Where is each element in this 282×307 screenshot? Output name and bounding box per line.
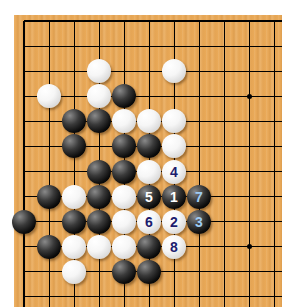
white-stone[interactable]: 4 bbox=[162, 160, 186, 184]
move-number-label: 8 bbox=[170, 235, 178, 259]
black-stone[interactable] bbox=[12, 210, 36, 234]
white-stone[interactable]: 8 bbox=[162, 235, 186, 259]
black-stone[interactable] bbox=[112, 134, 136, 158]
white-stone[interactable] bbox=[112, 210, 136, 234]
black-stone[interactable] bbox=[62, 210, 86, 234]
black-stone[interactable] bbox=[62, 109, 86, 133]
white-stone[interactable]: 6 bbox=[137, 210, 161, 234]
white-stone[interactable] bbox=[162, 109, 186, 133]
move-number-label: 1 bbox=[170, 185, 178, 209]
grid-line-horizontal bbox=[24, 46, 282, 47]
white-stone[interactable] bbox=[62, 235, 86, 259]
move-number-label: 2 bbox=[170, 210, 178, 234]
go-diagram: 45176238 bbox=[0, 0, 282, 307]
move-number-label: 3 bbox=[195, 210, 203, 234]
black-stone[interactable] bbox=[37, 185, 61, 209]
move-number-label: 7 bbox=[195, 185, 203, 209]
black-stone[interactable] bbox=[87, 210, 111, 234]
black-stone[interactable] bbox=[137, 260, 161, 284]
move-number-label: 4 bbox=[170, 160, 178, 184]
white-stone[interactable] bbox=[87, 84, 111, 108]
white-stone[interactable] bbox=[62, 185, 86, 209]
white-stone[interactable] bbox=[162, 59, 186, 83]
white-stone[interactable] bbox=[112, 185, 136, 209]
black-stone[interactable]: 1 bbox=[162, 185, 186, 209]
black-stone[interactable]: 3 bbox=[187, 210, 211, 234]
grid-line-horizontal bbox=[24, 71, 282, 72]
move-number-label: 6 bbox=[145, 210, 153, 234]
grid-line-horizontal bbox=[24, 296, 282, 297]
white-stone[interactable] bbox=[62, 260, 86, 284]
grid-line-horizontal bbox=[24, 20, 282, 22]
grid-line-vertical bbox=[249, 21, 250, 307]
grid-line-vertical bbox=[274, 21, 275, 307]
white-stone[interactable] bbox=[137, 160, 161, 184]
white-stone[interactable] bbox=[137, 109, 161, 133]
white-stone[interactable] bbox=[37, 84, 61, 108]
black-stone[interactable] bbox=[137, 235, 161, 259]
white-stone[interactable] bbox=[112, 235, 136, 259]
white-stone[interactable] bbox=[87, 235, 111, 259]
move-number-label: 5 bbox=[145, 185, 153, 209]
grid-line-vertical bbox=[23, 21, 25, 307]
black-stone[interactable] bbox=[137, 134, 161, 158]
black-stone[interactable] bbox=[112, 84, 136, 108]
star-point bbox=[247, 94, 252, 99]
white-stone[interactable] bbox=[87, 59, 111, 83]
white-stone[interactable]: 2 bbox=[162, 210, 186, 234]
white-stone[interactable] bbox=[112, 109, 136, 133]
grid-line-vertical bbox=[224, 21, 225, 307]
grid-line-vertical bbox=[49, 21, 50, 307]
white-stone[interactable] bbox=[162, 134, 186, 158]
go-board[interactable]: 45176238 bbox=[14, 15, 282, 307]
black-stone[interactable] bbox=[37, 235, 61, 259]
star-point bbox=[247, 244, 252, 249]
black-stone[interactable] bbox=[62, 134, 86, 158]
black-stone[interactable] bbox=[112, 260, 136, 284]
grid-line-vertical bbox=[199, 21, 200, 307]
black-stone[interactable] bbox=[112, 160, 136, 184]
black-stone[interactable] bbox=[87, 109, 111, 133]
black-stone[interactable]: 5 bbox=[137, 185, 161, 209]
grid-line-horizontal bbox=[24, 96, 282, 97]
black-stone[interactable] bbox=[87, 185, 111, 209]
black-stone[interactable] bbox=[87, 160, 111, 184]
black-stone[interactable]: 7 bbox=[187, 185, 211, 209]
